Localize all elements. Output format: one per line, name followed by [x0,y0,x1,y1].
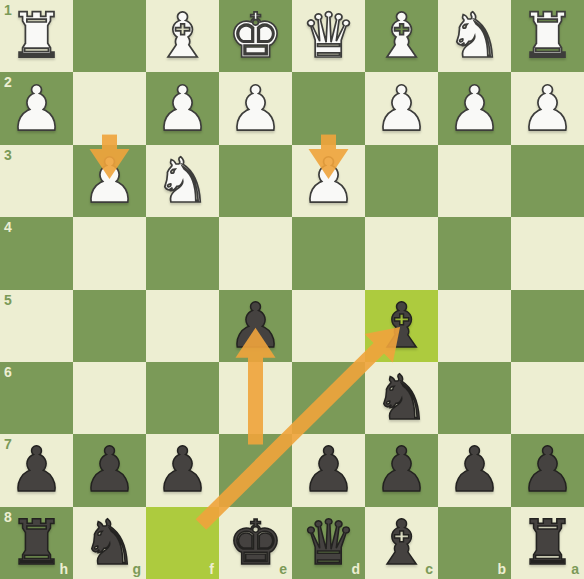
square-c8[interactable]: ♝c [365,507,438,579]
piece-black-king[interactable]: ♚ [228,507,284,579]
square-e4[interactable] [219,217,292,289]
square-g3[interactable]: ♟ [73,145,146,217]
square-g1[interactable] [73,0,146,72]
piece-black-pawn[interactable]: ♟ [520,434,576,506]
square-b8[interactable]: b [438,507,511,579]
piece-black-bishop[interactable]: ♝ [374,507,430,579]
square-d1[interactable]: ♛ [292,0,365,72]
piece-white-pawn[interactable]: ♟ [374,73,430,145]
square-a4[interactable] [511,217,584,289]
file-label-f: f [209,561,214,577]
square-b3[interactable] [438,145,511,217]
square-a3[interactable] [511,145,584,217]
piece-white-king[interactable]: ♚ [228,0,284,72]
square-h3[interactable]: 3 [0,145,73,217]
square-e1[interactable]: ♚ [219,0,292,72]
piece-white-bishop[interactable]: ♝ [155,0,211,72]
piece-white-rook[interactable]: ♜ [520,0,576,72]
piece-white-pawn[interactable]: ♟ [447,73,503,145]
piece-white-queen[interactable]: ♛ [301,0,357,72]
square-h1[interactable]: ♜1 [0,0,73,72]
square-a7[interactable]: ♟ [511,434,584,506]
rank-label-4: 4 [4,219,12,235]
square-g6[interactable] [73,362,146,434]
square-c6[interactable]: ♞ [365,362,438,434]
rank-label-5: 5 [4,292,12,308]
piece-white-bishop[interactable]: ♝ [374,0,430,72]
piece-white-pawn[interactable]: ♟ [301,145,357,217]
piece-black-knight[interactable]: ♞ [82,507,138,579]
piece-black-pawn[interactable]: ♟ [155,434,211,506]
square-f2[interactable]: ♟ [146,72,219,144]
square-c7[interactable]: ♟ [365,434,438,506]
square-f1[interactable]: ♝ [146,0,219,72]
square-a8[interactable]: ♜a [511,507,584,579]
square-f8[interactable]: f [146,507,219,579]
square-f4[interactable] [146,217,219,289]
piece-black-bishop[interactable]: ♝ [374,290,430,362]
square-e6[interactable] [219,362,292,434]
square-d8[interactable]: ♛d [292,507,365,579]
square-d2[interactable] [292,72,365,144]
piece-white-pawn[interactable]: ♟ [9,73,65,145]
square-e3[interactable] [219,145,292,217]
square-c1[interactable]: ♝ [365,0,438,72]
square-g5[interactable] [73,290,146,362]
square-h5[interactable]: 5 [0,290,73,362]
piece-black-pawn[interactable]: ♟ [374,434,430,506]
square-e5[interactable]: ♟ [219,290,292,362]
square-h8[interactable]: ♜8h [0,507,73,579]
square-e7[interactable] [219,434,292,506]
square-b6[interactable] [438,362,511,434]
square-h2[interactable]: ♟2 [0,72,73,144]
square-c5[interactable]: ♝ [365,290,438,362]
square-b7[interactable]: ♟ [438,434,511,506]
piece-black-rook[interactable]: ♜ [520,507,576,579]
piece-black-pawn[interactable]: ♟ [228,290,284,362]
square-d6[interactable] [292,362,365,434]
piece-black-rook[interactable]: ♜ [9,507,65,579]
square-b1[interactable]: ♞ [438,0,511,72]
square-c2[interactable]: ♟ [365,72,438,144]
square-f6[interactable] [146,362,219,434]
board-grid: ♜1♝♚♛♝♞♜♟2♟♟♟♟♟3♟♞♟45♟♝6♞♟7♟♟♟♟♟♟♜8h♞gf♚… [0,0,584,579]
square-f3[interactable]: ♞ [146,145,219,217]
piece-white-pawn[interactable]: ♟ [520,73,576,145]
piece-white-pawn[interactable]: ♟ [228,73,284,145]
chess-board: ♜1♝♚♛♝♞♜♟2♟♟♟♟♟3♟♞♟45♟♝6♞♟7♟♟♟♟♟♟♜8h♞gf♚… [0,0,584,579]
square-f5[interactable] [146,290,219,362]
piece-white-pawn[interactable]: ♟ [82,145,138,217]
square-e8[interactable]: ♚e [219,507,292,579]
square-d5[interactable] [292,290,365,362]
square-d4[interactable] [292,217,365,289]
square-b4[interactable] [438,217,511,289]
piece-white-rook[interactable]: ♜ [9,0,65,72]
square-g4[interactable] [73,217,146,289]
piece-black-pawn[interactable]: ♟ [447,434,503,506]
piece-white-knight[interactable]: ♞ [447,0,503,72]
square-g2[interactable] [73,72,146,144]
square-a1[interactable]: ♜ [511,0,584,72]
rank-label-6: 6 [4,364,12,380]
square-f7[interactable]: ♟ [146,434,219,506]
piece-white-knight[interactable]: ♞ [155,145,211,217]
piece-black-queen[interactable]: ♛ [301,507,357,579]
piece-black-pawn[interactable]: ♟ [9,434,65,506]
square-g8[interactable]: ♞g [73,507,146,579]
square-b5[interactable] [438,290,511,362]
square-g7[interactable]: ♟ [73,434,146,506]
square-h7[interactable]: ♟7 [0,434,73,506]
square-b2[interactable]: ♟ [438,72,511,144]
square-h6[interactable]: 6 [0,362,73,434]
square-a2[interactable]: ♟ [511,72,584,144]
file-label-b: b [497,561,506,577]
rank-label-3: 3 [4,147,12,163]
piece-black-pawn[interactable]: ♟ [82,434,138,506]
piece-black-knight[interactable]: ♞ [374,362,430,434]
square-e2[interactable]: ♟ [219,72,292,144]
square-c4[interactable] [365,217,438,289]
square-a5[interactable] [511,290,584,362]
square-h4[interactable]: 4 [0,217,73,289]
piece-black-pawn[interactable]: ♟ [301,434,357,506]
square-d7[interactable]: ♟ [292,434,365,506]
piece-white-pawn[interactable]: ♟ [155,73,211,145]
square-c3[interactable] [365,145,438,217]
square-d3[interactable]: ♟ [292,145,365,217]
square-a6[interactable] [511,362,584,434]
